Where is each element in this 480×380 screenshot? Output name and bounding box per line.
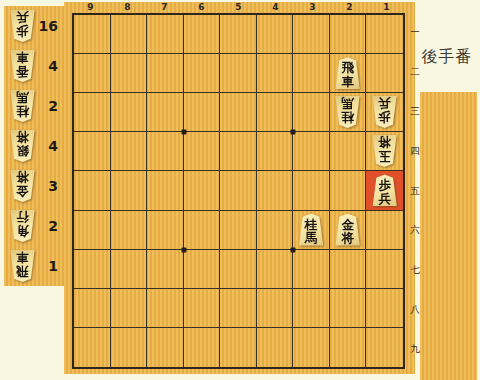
hand-piece-count: 16: [39, 18, 58, 34]
gote-hand-tray: 歩兵16香車4桂馬2銀将4金将3角行2飛車1: [4, 6, 64, 286]
board-cell[interactable]: [111, 171, 148, 210]
file-label: 2: [331, 2, 368, 13]
hand-piece-count: 4: [48, 138, 58, 154]
piece-kanji: 将: [341, 231, 354, 245]
board-cell[interactable]: [184, 289, 221, 328]
board-cell[interactable]: [184, 54, 221, 93]
hand-piece-row: 金将3: [4, 166, 64, 206]
board-cell[interactable]: [330, 171, 367, 210]
board-cell[interactable]: [293, 171, 330, 210]
shogi-piece[interactable]: 歩兵: [371, 174, 398, 206]
board-cell[interactable]: [147, 132, 184, 171]
board-cell[interactable]: [257, 171, 294, 210]
shogi-piece[interactable]: 金将: [334, 214, 361, 246]
board-cell[interactable]: [184, 93, 221, 132]
file-labels: 987654321: [72, 2, 405, 13]
shogi-app: { "game": "shogi", "position": { "sfen":…: [0, 0, 480, 380]
piece-kanji: 銀: [16, 145, 29, 159]
board-cell[interactable]: [330, 15, 367, 54]
sente-hand-tray: [420, 92, 477, 380]
board-cell[interactable]: [220, 328, 257, 367]
shogi-piece[interactable]: 歩兵: [9, 10, 36, 42]
board-cell[interactable]: [257, 328, 294, 367]
board-cell[interactable]: [220, 171, 257, 210]
board-cell[interactable]: [147, 15, 184, 54]
board-cell[interactable]: [74, 289, 111, 328]
piece-kanji: 歩: [378, 178, 391, 192]
star-point: [181, 247, 186, 252]
board-cell[interactable]: [147, 93, 184, 132]
piece-kanji: 馬: [341, 97, 354, 111]
piece-kanji: 将: [16, 131, 29, 145]
board-cell[interactable]: [330, 132, 367, 171]
shogi-piece[interactable]: 玉将: [371, 135, 398, 167]
turn-indicator: 後手番: [416, 47, 478, 68]
hand-piece-row: 銀将4: [4, 126, 64, 166]
file-label: 1: [368, 2, 405, 13]
piece-kanji: 兵: [378, 97, 391, 111]
board-cell[interactable]: [147, 328, 184, 367]
board-cell[interactable]: [293, 93, 330, 132]
shogi-piece[interactable]: 飛車: [9, 250, 36, 282]
hand-piece-row: 歩兵16: [4, 6, 64, 46]
star-point: [291, 130, 296, 135]
hand-piece-count: 1: [48, 258, 58, 274]
shogi-piece[interactable]: 香車: [9, 50, 36, 82]
shogi-piece[interactable]: 銀将: [9, 130, 36, 162]
board-cell[interactable]: [257, 93, 294, 132]
file-label: 8: [109, 2, 146, 13]
board-cell[interactable]: [111, 328, 148, 367]
board-cell[interactable]: [74, 15, 111, 54]
board-cell[interactable]: [184, 328, 221, 367]
board-cell[interactable]: [220, 15, 257, 54]
hand-piece-row: 桂馬2: [4, 86, 64, 126]
board-cell[interactable]: [111, 289, 148, 328]
board-cell[interactable]: [366, 54, 403, 93]
piece-kanji: 桂: [305, 218, 318, 232]
shogi-piece[interactable]: 桂馬: [9, 90, 36, 122]
board-cell[interactable]: [111, 250, 148, 289]
board-cell[interactable]: 金将: [330, 211, 367, 250]
board-cell[interactable]: [74, 132, 111, 171]
board-cell[interactable]: [111, 15, 148, 54]
board-cell[interactable]: 歩兵: [366, 171, 403, 210]
piece-kanji: 将: [378, 136, 391, 150]
board-cell[interactable]: [220, 132, 257, 171]
star-point: [181, 130, 186, 135]
hand-piece-count: 3: [48, 178, 58, 194]
file-label: 5: [220, 2, 257, 13]
board-cell[interactable]: [330, 250, 367, 289]
board-cell[interactable]: [184, 171, 221, 210]
board-cell[interactable]: [257, 15, 294, 54]
board-cell[interactable]: [220, 250, 257, 289]
piece-kanji: 飛: [16, 265, 29, 279]
file-label: 4: [257, 2, 294, 13]
board-cell[interactable]: [366, 250, 403, 289]
piece-kanji: 角: [16, 225, 29, 239]
piece-kanji: 兵: [378, 192, 391, 206]
board-cell[interactable]: [74, 171, 111, 210]
piece-kanji: 飛: [341, 61, 354, 75]
file-label: 9: [72, 2, 109, 13]
piece-kanji: 馬: [16, 91, 29, 105]
board-cell[interactable]: [330, 289, 367, 328]
board-cell[interactable]: 飛車: [330, 54, 367, 93]
board-cell[interactable]: [74, 250, 111, 289]
board-cell[interactable]: [74, 328, 111, 367]
board-cell[interactable]: [330, 328, 367, 367]
shogi-piece[interactable]: 金将: [9, 170, 36, 202]
file-label: 7: [146, 2, 183, 13]
board-cell[interactable]: 玉将: [366, 132, 403, 171]
piece-kanji: 金: [341, 218, 354, 232]
shogi-board: 987654321 飛車桂馬歩兵玉将歩兵桂馬金将 一二三四五六七八九: [64, 2, 415, 374]
board-cell[interactable]: [147, 211, 184, 250]
hand-piece-row: 香車4: [4, 46, 64, 86]
board-cell[interactable]: [74, 93, 111, 132]
board-cell[interactable]: 桂馬: [293, 211, 330, 250]
shogi-piece[interactable]: 歩兵: [371, 96, 398, 128]
board-cell[interactable]: [184, 211, 221, 250]
board-cell[interactable]: [111, 54, 148, 93]
board-cell[interactable]: [147, 171, 184, 210]
board-cell[interactable]: [257, 250, 294, 289]
board-cell[interactable]: [184, 132, 221, 171]
hand-piece-row: 飛車1: [4, 246, 64, 286]
shogi-piece[interactable]: 飛車: [334, 57, 361, 89]
file-label: 6: [183, 2, 220, 13]
board-cell[interactable]: [257, 132, 294, 171]
board-cell[interactable]: [147, 54, 184, 93]
board-cell[interactable]: [257, 211, 294, 250]
hand-piece-row: 角行2: [4, 206, 64, 246]
shogi-piece[interactable]: 角行: [9, 210, 36, 242]
shogi-piece[interactable]: 桂馬: [298, 214, 325, 246]
piece-kanji: 車: [16, 51, 29, 65]
board-cell[interactable]: [293, 328, 330, 367]
piece-kanji: 歩: [378, 111, 391, 125]
piece-kanji: 将: [16, 171, 29, 185]
piece-kanji: 歩: [16, 25, 29, 39]
piece-kanji: 兵: [16, 11, 29, 25]
piece-kanji: 桂: [341, 111, 354, 125]
board-cell[interactable]: 歩兵: [366, 93, 403, 132]
board-cell[interactable]: [111, 93, 148, 132]
file-label: 3: [294, 2, 331, 13]
board-cell[interactable]: [184, 250, 221, 289]
board-cell[interactable]: [366, 289, 403, 328]
board-cell[interactable]: [184, 15, 221, 54]
board-cell[interactable]: [293, 54, 330, 93]
board-cell[interactable]: [220, 93, 257, 132]
board-cell[interactable]: [257, 54, 294, 93]
shogi-piece[interactable]: 桂馬: [334, 96, 361, 128]
board-cell[interactable]: [74, 211, 111, 250]
board-cell[interactable]: [366, 211, 403, 250]
piece-kanji: 行: [16, 211, 29, 225]
board-cell[interactable]: [293, 250, 330, 289]
board-cell[interactable]: [111, 132, 148, 171]
board-cell[interactable]: [293, 132, 330, 171]
board-cell[interactable]: [257, 289, 294, 328]
board-cell[interactable]: [220, 289, 257, 328]
board-grid: 飛車桂馬歩兵玉将歩兵桂馬金将: [72, 13, 405, 369]
board-cell[interactable]: [293, 15, 330, 54]
piece-kanji: 玉: [378, 150, 391, 164]
board-cell[interactable]: [366, 328, 403, 367]
piece-kanji: 馬: [305, 231, 318, 245]
board-cell[interactable]: [111, 211, 148, 250]
board-cell[interactable]: [147, 250, 184, 289]
piece-kanji: 香: [16, 65, 29, 79]
board-cell[interactable]: [147, 289, 184, 328]
board-cell[interactable]: [220, 54, 257, 93]
hand-piece-count: 2: [48, 98, 58, 114]
piece-kanji: 金: [16, 185, 29, 199]
board-cell[interactable]: [220, 211, 257, 250]
hand-piece-count: 4: [48, 58, 58, 74]
star-point: [291, 247, 296, 252]
hand-piece-count: 2: [48, 218, 58, 234]
piece-kanji: 車: [16, 251, 29, 265]
board-cell[interactable]: 桂馬: [330, 93, 367, 132]
board-cell[interactable]: [366, 15, 403, 54]
board-cell[interactable]: [293, 289, 330, 328]
piece-kanji: 桂: [16, 105, 29, 119]
piece-kanji: 車: [341, 75, 354, 89]
board-cell[interactable]: [74, 54, 111, 93]
